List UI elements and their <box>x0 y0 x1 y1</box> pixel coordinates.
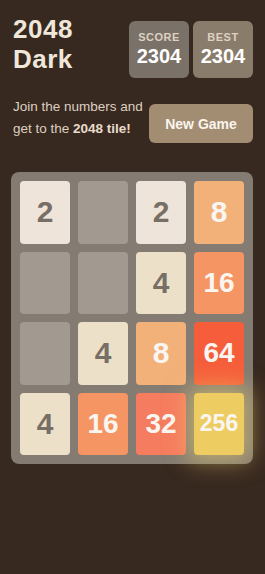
tile-8: 8 <box>136 322 186 385</box>
tile-16: 16 <box>78 393 128 456</box>
intro-line-2-goal: 2048 tile! <box>73 121 131 136</box>
scoreboard: SCORE 2304 BEST 2304 <box>129 21 253 78</box>
title-line-1: 2048 <box>13 14 73 44</box>
tile-2: 2 <box>136 181 186 244</box>
score-box: SCORE 2304 <box>129 21 189 78</box>
tile-64: 64 <box>194 322 244 385</box>
tile-4: 4 <box>136 252 186 315</box>
intro-text: Join the numbers and get to the 2048 til… <box>13 96 143 140</box>
tile-256: 256 <box>194 393 244 456</box>
page-title: 2048 Dark <box>13 14 73 74</box>
score-label: SCORE <box>138 31 180 43</box>
title-line-2: Dark <box>13 44 73 74</box>
score-value: 2304 <box>137 45 182 68</box>
best-label: BEST <box>207 31 238 43</box>
tile-16: 16 <box>194 252 244 315</box>
intro-line-2-prefix: get to the <box>13 121 73 136</box>
tile-4: 4 <box>78 322 128 385</box>
best-box: BEST 2304 <box>193 21 253 78</box>
new-game-button[interactable]: New Game <box>149 104 253 143</box>
intro-line-1: Join the numbers and <box>13 96 143 118</box>
tile-8: 8 <box>194 181 244 244</box>
empty-cell <box>20 322 70 385</box>
tile-2: 2 <box>20 181 70 244</box>
empty-cell <box>20 252 70 315</box>
board[interactable]: 228416486441632256 <box>11 172 253 464</box>
intro-line-2: get to the 2048 tile! <box>13 118 143 140</box>
empty-cell <box>78 181 128 244</box>
tile-32: 32 <box>136 393 186 456</box>
best-value: 2304 <box>201 45 246 68</box>
empty-cell <box>78 252 128 315</box>
tile-4: 4 <box>20 393 70 456</box>
